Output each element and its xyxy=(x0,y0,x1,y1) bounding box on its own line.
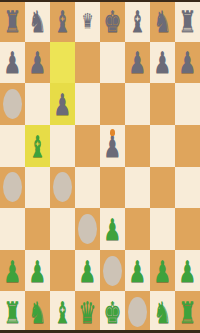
square-e3[interactable]: ♟ xyxy=(100,208,125,250)
square-a5[interactable] xyxy=(0,125,25,167)
square-d8[interactable]: ♛ xyxy=(75,0,100,42)
square-d2[interactable]: ♟ xyxy=(75,250,100,292)
board-top-edge xyxy=(0,0,200,2)
chess-board: ♜♞♝♛♚♝♞♜♟♟♟♟♟♟♝♟♟♟♟♟♟♟♟♜♞♝♛♚♞♜ xyxy=(0,0,200,333)
move-hint-ellipse[interactable] xyxy=(53,172,72,202)
square-e7[interactable] xyxy=(100,42,125,84)
square-b1[interactable]: ♞ xyxy=(25,291,50,333)
square-b4[interactable] xyxy=(25,167,50,209)
square-f2[interactable]: ♟ xyxy=(125,250,150,292)
square-h6[interactable] xyxy=(175,83,200,125)
square-b5[interactable]: ♝ xyxy=(25,125,50,167)
gray-pawn[interactable]: ♟ xyxy=(129,47,147,77)
gray-rook[interactable]: ♜ xyxy=(4,6,22,36)
square-e5[interactable]: ♟ xyxy=(100,125,125,167)
square-g3[interactable] xyxy=(150,208,175,250)
square-b2[interactable]: ♟ xyxy=(25,250,50,292)
move-hint-ellipse[interactable] xyxy=(128,297,147,327)
square-c3[interactable] xyxy=(50,208,75,250)
square-e1[interactable]: ♚ xyxy=(100,291,125,333)
green-pawn[interactable]: ♟ xyxy=(4,256,22,286)
green-pawn[interactable]: ♟ xyxy=(154,256,172,286)
gray-pawn[interactable]: ♟ xyxy=(29,47,47,77)
gray-knight[interactable]: ♞ xyxy=(154,6,172,36)
square-g4[interactable] xyxy=(150,167,175,209)
square-d7[interactable] xyxy=(75,42,100,84)
green-pawn[interactable]: ♟ xyxy=(79,256,97,286)
square-c8[interactable]: ♝ xyxy=(50,0,75,42)
square-c1[interactable]: ♝ xyxy=(50,291,75,333)
square-f3[interactable] xyxy=(125,208,150,250)
square-a8[interactable]: ♜ xyxy=(0,0,25,42)
square-g6[interactable] xyxy=(150,83,175,125)
square-a1[interactable]: ♜ xyxy=(0,291,25,333)
square-g8[interactable]: ♞ xyxy=(150,0,175,42)
square-e4[interactable] xyxy=(100,167,125,209)
square-a2[interactable]: ♟ xyxy=(0,250,25,292)
square-f6[interactable] xyxy=(125,83,150,125)
gray-bishop[interactable]: ♝ xyxy=(129,6,147,36)
square-f8[interactable]: ♝ xyxy=(125,0,150,42)
square-g2[interactable]: ♟ xyxy=(150,250,175,292)
green-rook[interactable]: ♜ xyxy=(4,297,22,327)
square-e2[interactable] xyxy=(100,250,125,292)
square-d6[interactable] xyxy=(75,83,100,125)
square-h7[interactable]: ♟ xyxy=(175,42,200,84)
square-d1[interactable]: ♛ xyxy=(75,291,100,333)
move-hint-ellipse[interactable] xyxy=(78,214,97,244)
square-f5[interactable] xyxy=(125,125,150,167)
gray-rook[interactable]: ♜ xyxy=(179,6,197,36)
square-g5[interactable] xyxy=(150,125,175,167)
square-f1[interactable] xyxy=(125,291,150,333)
green-pawn[interactable]: ♟ xyxy=(179,256,197,286)
square-f7[interactable]: ♟ xyxy=(125,42,150,84)
green-pawn[interactable]: ♟ xyxy=(29,256,47,286)
green-rook[interactable]: ♜ xyxy=(179,297,197,327)
gray-bishop[interactable]: ♝ xyxy=(54,6,72,36)
square-a6[interactable] xyxy=(0,83,25,125)
pawn-plume-decoration xyxy=(110,129,115,136)
gray-pawn[interactable]: ♟ xyxy=(154,47,172,77)
green-king[interactable]: ♚ xyxy=(104,297,122,327)
square-h8[interactable]: ♜ xyxy=(175,0,200,42)
move-hint-ellipse[interactable] xyxy=(3,89,22,119)
square-b6[interactable] xyxy=(25,83,50,125)
square-g7[interactable]: ♟ xyxy=(150,42,175,84)
green-knight[interactable]: ♞ xyxy=(29,297,47,327)
square-h1[interactable]: ♜ xyxy=(175,291,200,333)
gray-pawn[interactable]: ♟ xyxy=(54,89,72,119)
gray-pawn[interactable]: ♟ xyxy=(179,47,197,77)
square-c6[interactable]: ♟ xyxy=(50,83,75,125)
gray-king[interactable]: ♚ xyxy=(104,6,122,36)
game-window: ♜♞♝♛♚♝♞♜♟♟♟♟♟♟♝♟♟♟♟♟♟♟♟♜♞♝♛♚♞♜ xyxy=(0,0,200,333)
green-pawn[interactable]: ♟ xyxy=(104,214,122,244)
move-hint-ellipse[interactable] xyxy=(103,256,122,286)
square-b7[interactable]: ♟ xyxy=(25,42,50,84)
square-c5[interactable] xyxy=(50,125,75,167)
gray-pawn[interactable]: ♟ xyxy=(4,47,22,77)
green-pawn[interactable]: ♟ xyxy=(129,256,147,286)
square-c4[interactable] xyxy=(50,167,75,209)
green-knight[interactable]: ♞ xyxy=(154,297,172,327)
square-h3[interactable] xyxy=(175,208,200,250)
square-b3[interactable] xyxy=(25,208,50,250)
square-a3[interactable] xyxy=(0,208,25,250)
square-g1[interactable]: ♞ xyxy=(150,291,175,333)
square-h4[interactable] xyxy=(175,167,200,209)
square-e6[interactable] xyxy=(100,83,125,125)
green-bishop[interactable]: ♝ xyxy=(29,131,47,161)
square-e8[interactable]: ♚ xyxy=(100,0,125,42)
move-hint-ellipse[interactable] xyxy=(3,172,22,202)
square-a7[interactable]: ♟ xyxy=(0,42,25,84)
square-d5[interactable] xyxy=(75,125,100,167)
square-d3[interactable] xyxy=(75,208,100,250)
square-h5[interactable] xyxy=(175,125,200,167)
square-h2[interactable]: ♟ xyxy=(175,250,200,292)
square-f4[interactable] xyxy=(125,167,150,209)
green-bishop[interactable]: ♝ xyxy=(54,297,72,327)
square-b8[interactable]: ♞ xyxy=(25,0,50,42)
green-queen[interactable]: ♛ xyxy=(79,297,97,327)
gray-queen[interactable]: ♛ xyxy=(82,11,94,31)
square-d4[interactable] xyxy=(75,167,100,209)
gray-knight[interactable]: ♞ xyxy=(29,6,47,36)
square-a4[interactable] xyxy=(0,167,25,209)
square-c7[interactable] xyxy=(50,42,75,84)
square-c2[interactable] xyxy=(50,250,75,292)
